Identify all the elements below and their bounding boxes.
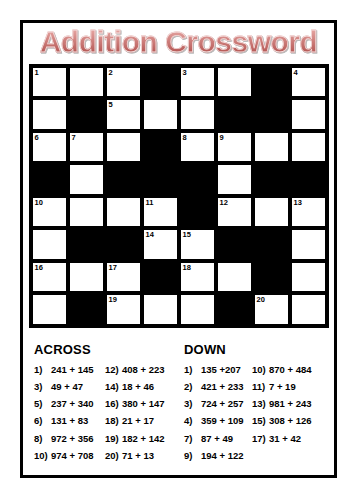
cell-clue-number: 5 xyxy=(109,100,113,109)
cell-clue-number: 6 xyxy=(35,133,39,142)
answer-cell[interactable] xyxy=(144,100,177,129)
answer-cell[interactable]: 13 xyxy=(292,198,325,227)
blocked-cell xyxy=(292,165,325,194)
answer-cell[interactable] xyxy=(218,68,251,97)
blocked-cell xyxy=(70,295,103,324)
clue-item-expression: 241 + 145 xyxy=(51,365,94,376)
clue-item-expression: 87 + 49 xyxy=(201,434,233,445)
clue-item-number: 10) xyxy=(252,365,269,376)
answer-cell[interactable]: 7 xyxy=(70,133,103,162)
cell-clue-number: 3 xyxy=(183,68,187,77)
down-header: DOWN xyxy=(184,342,334,357)
answer-cell[interactable] xyxy=(33,230,66,259)
clue-item-number: 20) xyxy=(105,451,122,462)
clue-item-expression: 237 + 340 xyxy=(51,399,94,410)
clue-item-expression: 981 + 243 xyxy=(269,399,312,410)
clue-item: 6)131 + 83 xyxy=(34,416,105,427)
answer-cell[interactable]: 18 xyxy=(181,263,214,292)
clue-item-expression: 135 +207 xyxy=(201,365,241,376)
blocked-cell xyxy=(33,165,66,194)
clue-item-number: 1) xyxy=(184,365,201,376)
cell-clue-number: 20 xyxy=(257,295,265,304)
clue-item: 11)7 + 19 xyxy=(252,382,334,393)
cell-clue-number: 7 xyxy=(72,133,76,142)
blocked-cell xyxy=(144,165,177,194)
blocked-cell xyxy=(107,165,140,194)
cell-clue-number: 12 xyxy=(220,198,228,207)
cell-clue-number: 2 xyxy=(109,68,113,77)
clue-item: 1)241 + 145 xyxy=(34,365,105,376)
clue-item-expression: 194 + 122 xyxy=(201,451,244,462)
cell-clue-number: 14 xyxy=(146,230,154,239)
clue-item-number: 4) xyxy=(184,416,201,427)
clue-item-number: 9) xyxy=(184,451,201,462)
across-clues-block: ACROSS 1)241 + 1453)49 + 475)237 + 3406)… xyxy=(34,342,184,469)
across-clue-column-1: 1)241 + 1453)49 + 475)237 + 3406)131 + 8… xyxy=(34,365,105,469)
clue-item: 10)870 + 484 xyxy=(252,365,334,376)
clue-item-number: 2) xyxy=(184,382,201,393)
answer-cell[interactable]: 19 xyxy=(107,295,140,324)
blocked-cell xyxy=(181,165,214,194)
answer-cell[interactable] xyxy=(70,263,103,292)
blocked-cell xyxy=(144,133,177,162)
answer-cell[interactable] xyxy=(107,133,140,162)
clue-item-number: 10) xyxy=(34,451,51,462)
blocked-cell xyxy=(181,198,214,227)
clue-item-expression: 408 + 223 xyxy=(122,365,165,376)
answer-cell[interactable] xyxy=(255,133,288,162)
clue-item-number: 7) xyxy=(184,434,201,445)
blocked-cell xyxy=(255,68,288,97)
clue-item-number: 14) xyxy=(105,382,122,393)
clue-item: 4)359 + 109 xyxy=(184,416,252,427)
blocked-cell xyxy=(144,68,177,97)
clue-item-expression: 724 + 257 xyxy=(201,399,244,410)
down-clue-columns: 1)135 +2072)421 + 2333)724 + 2574)359 + … xyxy=(184,365,334,469)
clue-item-expression: 131 + 83 xyxy=(51,416,88,427)
answer-cell[interactable] xyxy=(255,198,288,227)
answer-cell[interactable]: 10 xyxy=(33,198,66,227)
page-title: Addition Crossword xyxy=(23,25,334,59)
crossword-grid: 1234567891011121314151617181920 xyxy=(29,64,329,328)
clue-item: 13)981 + 243 xyxy=(252,399,334,410)
answer-cell[interactable] xyxy=(292,295,325,324)
answer-cell[interactable] xyxy=(218,263,251,292)
blocked-cell xyxy=(218,230,251,259)
clue-item: 1)135 +207 xyxy=(184,365,252,376)
clue-item-number: 3) xyxy=(34,382,51,393)
clue-item-number: 12) xyxy=(105,365,122,376)
blocked-cell xyxy=(144,263,177,292)
answer-cell[interactable]: 16 xyxy=(33,263,66,292)
clue-item-number: 18) xyxy=(105,416,122,427)
answer-cell[interactable]: 9 xyxy=(218,133,251,162)
answer-cell[interactable] xyxy=(33,295,66,324)
clue-item: 5)237 + 340 xyxy=(34,399,105,410)
cell-clue-number: 11 xyxy=(146,198,154,207)
answer-cell[interactable]: 4 xyxy=(292,68,325,97)
clue-item-expression: 182 + 142 xyxy=(122,434,165,445)
clue-item-expression: 870 + 484 xyxy=(269,365,312,376)
answer-cell[interactable]: 8 xyxy=(181,133,214,162)
clue-item-expression: 359 + 109 xyxy=(201,416,244,427)
answer-cell[interactable] xyxy=(70,198,103,227)
clue-item-number: 19) xyxy=(105,434,122,445)
clue-item: 7)87 + 49 xyxy=(184,434,252,445)
answer-cell[interactable] xyxy=(292,263,325,292)
clue-item: 16)380 + 147 xyxy=(105,399,184,410)
clue-item-expression: 380 + 147 xyxy=(122,399,165,410)
cell-clue-number: 9 xyxy=(220,133,224,142)
answer-cell[interactable]: 14 xyxy=(144,230,177,259)
cell-clue-number: 16 xyxy=(35,263,43,272)
blocked-cell xyxy=(70,100,103,129)
blocked-cell xyxy=(107,230,140,259)
clues-section: ACROSS 1)241 + 1453)49 + 475)237 + 3406)… xyxy=(34,342,334,469)
answer-cell[interactable] xyxy=(292,133,325,162)
blocked-cell xyxy=(255,230,288,259)
answer-cell[interactable]: 1 xyxy=(33,68,66,97)
clue-item-expression: 974 + 708 xyxy=(51,451,94,462)
cell-clue-number: 15 xyxy=(183,230,191,239)
cell-clue-number: 13 xyxy=(294,198,302,207)
clue-item-number: 15) xyxy=(252,416,269,427)
clue-item-expression: 49 + 47 xyxy=(51,382,83,393)
clue-item-number: 6) xyxy=(34,416,51,427)
answer-cell[interactable] xyxy=(107,198,140,227)
answer-cell[interactable]: 5 xyxy=(107,100,140,129)
clue-item: 9)194 + 122 xyxy=(184,451,252,462)
down-clue-column-1: 1)135 +2072)421 + 2333)724 + 2574)359 + … xyxy=(184,365,252,469)
answer-cell[interactable] xyxy=(292,100,325,129)
across-clue-column-2: 12)408 + 22314)18 + 4616)380 + 14718)21 … xyxy=(105,365,184,469)
answer-cell[interactable] xyxy=(218,165,251,194)
down-clue-column-2: 10)870 + 48411)7 + 1913)981 + 24315)308 … xyxy=(252,365,334,469)
clue-item-expression: 71 + 13 xyxy=(122,451,154,462)
clue-item-expression: 18 + 46 xyxy=(122,382,154,393)
clue-item: 12)408 + 223 xyxy=(105,365,184,376)
blocked-cell xyxy=(255,263,288,292)
answer-cell[interactable] xyxy=(181,100,214,129)
clue-item-expression: 21 + 17 xyxy=(122,416,154,427)
clue-item: 2)421 + 233 xyxy=(184,382,252,393)
clue-item-expression: 31 + 42 xyxy=(269,434,301,445)
clue-item: 20)71 + 13 xyxy=(105,451,184,462)
clue-item-number: 11) xyxy=(252,382,269,393)
answer-cell[interactable] xyxy=(70,68,103,97)
answer-cell[interactable]: 2 xyxy=(107,68,140,97)
blocked-cell xyxy=(255,165,288,194)
clue-item-number: 16) xyxy=(105,399,122,410)
cell-clue-number: 17 xyxy=(109,263,117,272)
clue-item-number: 13) xyxy=(252,399,269,410)
answer-cell[interactable] xyxy=(181,295,214,324)
blocked-cell xyxy=(255,100,288,129)
cell-clue-number: 19 xyxy=(109,295,117,304)
answer-cell[interactable]: 15 xyxy=(181,230,214,259)
clue-item: 14)18 + 46 xyxy=(105,382,184,393)
clue-item-number: 1) xyxy=(34,365,51,376)
answer-cell[interactable]: 12 xyxy=(218,198,251,227)
clue-item-expression: 308 + 126 xyxy=(269,416,312,427)
answer-cell[interactable]: 11 xyxy=(144,198,177,227)
clue-item-number: 5) xyxy=(34,399,51,410)
across-header: ACROSS xyxy=(34,342,184,357)
clue-item-number: 17) xyxy=(252,434,269,445)
clue-item: 3)724 + 257 xyxy=(184,399,252,410)
answer-cell[interactable] xyxy=(292,230,325,259)
answer-cell[interactable] xyxy=(144,295,177,324)
clue-item: 8)972 + 356 xyxy=(34,434,105,445)
answer-cell[interactable]: 17 xyxy=(107,263,140,292)
clue-item-number: 8) xyxy=(34,434,51,445)
cell-clue-number: 1 xyxy=(35,68,39,77)
answer-cell[interactable] xyxy=(33,100,66,129)
answer-cell[interactable]: 3 xyxy=(181,68,214,97)
clue-item: 3)49 + 47 xyxy=(34,382,105,393)
clue-item: 17)31 + 42 xyxy=(252,434,334,445)
clue-item: 10)974 + 708 xyxy=(34,451,105,462)
cell-clue-number: 18 xyxy=(183,263,191,272)
clue-item: 18)21 + 17 xyxy=(105,416,184,427)
answer-cell[interactable] xyxy=(70,165,103,194)
answer-cell[interactable]: 20 xyxy=(255,295,288,324)
cell-clue-number: 8 xyxy=(183,133,187,142)
blocked-cell xyxy=(70,230,103,259)
cell-clue-number: 4 xyxy=(294,68,298,77)
clue-item-number: 3) xyxy=(184,399,201,410)
across-clue-columns: 1)241 + 1453)49 + 475)237 + 3406)131 + 8… xyxy=(34,365,184,469)
down-clues-block: DOWN 1)135 +2072)421 + 2333)724 + 2574)3… xyxy=(184,342,334,469)
cell-clue-number: 10 xyxy=(35,198,43,207)
clue-item-expression: 7 + 19 xyxy=(269,382,296,393)
answer-cell[interactable]: 6 xyxy=(33,133,66,162)
worksheet-frame: Addition Crossword 123456789101112131415… xyxy=(20,20,337,478)
clue-item-expression: 421 + 233 xyxy=(201,382,244,393)
clue-item: 15)308 + 126 xyxy=(252,416,334,427)
clue-item: 19)182 + 142 xyxy=(105,434,184,445)
blocked-cell xyxy=(218,295,251,324)
blocked-cell xyxy=(218,100,251,129)
clue-item-expression: 972 + 356 xyxy=(51,434,94,445)
